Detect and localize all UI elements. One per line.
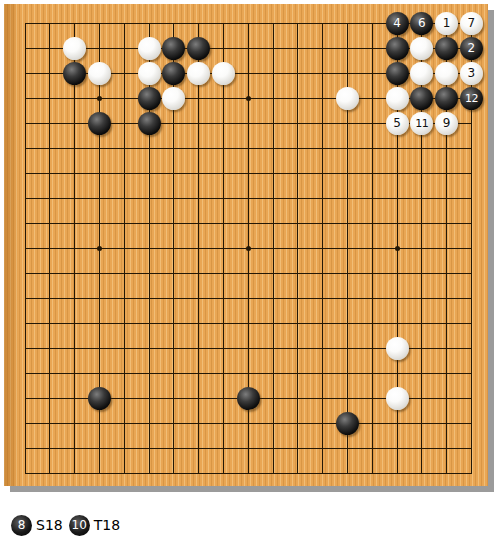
grid-line-vertical — [297, 23, 298, 474]
stone-black-Q17[interactable] — [386, 62, 409, 85]
stone-black-K4[interactable] — [237, 387, 260, 410]
grid-line-vertical — [273, 23, 274, 474]
stone-white-R18[interactable] — [410, 37, 433, 60]
stone-black-R16[interactable] — [410, 87, 433, 110]
caption-stone-10: 10 — [69, 515, 90, 536]
star-point — [395, 246, 400, 251]
stone-black-C17[interactable] — [63, 62, 86, 85]
stone-black-T18[interactable]: 2 — [460, 37, 483, 60]
stone-white-Q16[interactable] — [386, 87, 409, 110]
stone-black-R19[interactable]: 6 — [410, 12, 433, 35]
stone-white-T19[interactable]: 7 — [460, 12, 483, 35]
grid-line-vertical — [372, 23, 373, 474]
stone-black-G17[interactable] — [162, 62, 185, 85]
stone-white-F18[interactable] — [138, 37, 161, 60]
stone-white-Q15[interactable]: 5 — [386, 112, 409, 135]
stone-black-S16[interactable] — [435, 87, 458, 110]
stone-white-J17[interactable] — [212, 62, 235, 85]
stone-black-G18[interactable] — [162, 37, 185, 60]
star-point — [246, 246, 251, 251]
grid-line-horizontal — [25, 273, 472, 274]
stone-black-Q19[interactable]: 4 — [386, 12, 409, 35]
caption: 8 S18 10 T18 — [11, 514, 126, 536]
caption-coord-8: S18 — [36, 517, 63, 533]
stone-black-F16[interactable] — [138, 87, 161, 110]
stone-black-O3[interactable] — [336, 412, 359, 435]
caption-coord-10: T18 — [94, 517, 120, 533]
stone-white-D17[interactable] — [88, 62, 111, 85]
grid-line-horizontal — [25, 323, 472, 324]
stone-white-O16[interactable] — [336, 87, 359, 110]
grid-line-vertical — [322, 23, 323, 474]
stone-white-G16[interactable] — [162, 87, 185, 110]
stone-white-S19[interactable]: 1 — [435, 12, 458, 35]
stone-black-H18[interactable] — [187, 37, 210, 60]
stone-black-D4[interactable] — [88, 387, 111, 410]
stone-white-R15[interactable]: 11 — [410, 112, 433, 135]
star-point — [97, 96, 102, 101]
stone-white-Q4[interactable] — [386, 387, 409, 410]
stone-black-F15[interactable] — [138, 112, 161, 135]
stone-black-S18[interactable] — [435, 37, 458, 60]
stone-black-T16[interactable]: 12 — [460, 87, 483, 110]
go-board[interactable]: 461723125119 — [4, 4, 488, 486]
stone-black-D15[interactable] — [88, 112, 111, 135]
caption-stone-8: 8 — [11, 515, 32, 536]
stone-white-S15[interactable]: 9 — [435, 112, 458, 135]
grid-line-horizontal — [25, 298, 472, 299]
stone-white-R17[interactable] — [410, 62, 433, 85]
grid-line-horizontal — [25, 423, 472, 424]
stone-white-F17[interactable] — [138, 62, 161, 85]
star-point — [97, 246, 102, 251]
stone-white-H17[interactable] — [187, 62, 210, 85]
star-point — [246, 96, 251, 101]
stone-white-Q6[interactable] — [386, 337, 409, 360]
grid-line-horizontal — [25, 373, 472, 374]
grid-line-horizontal — [25, 473, 472, 474]
stone-black-Q18[interactable] — [386, 37, 409, 60]
stone-white-S17[interactable] — [435, 62, 458, 85]
stone-white-T17[interactable]: 3 — [460, 62, 483, 85]
grid-line-horizontal — [25, 448, 472, 449]
stone-white-C18[interactable] — [63, 37, 86, 60]
